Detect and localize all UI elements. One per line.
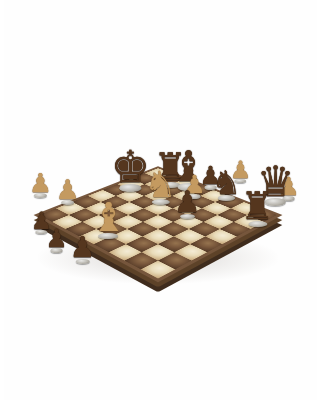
piece-black-queen-h7: ♛ (257, 161, 295, 203)
piece-white-pawn-a8: ♟ (29, 170, 52, 196)
piece-white-pawn-off-right-2: ♟ (277, 174, 299, 199)
piece-white-pawn-off-right-1: ♟ (230, 158, 252, 182)
product-photo-scene: ♟♜♝♟♚♟♟♞♟♟♞♛♟♜♟♝♟♟ (4, 0, 317, 400)
